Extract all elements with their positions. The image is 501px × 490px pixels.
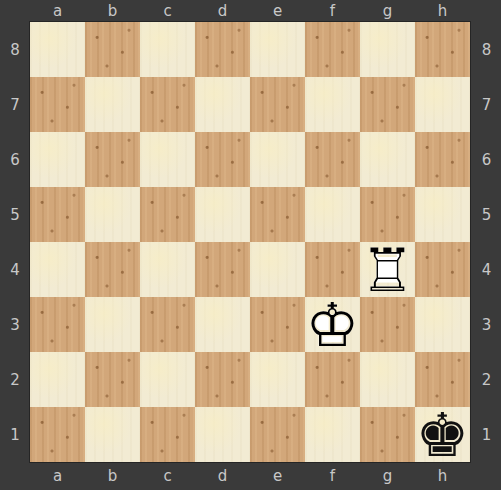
square-a8[interactable] (30, 22, 85, 77)
square-c3[interactable] (140, 297, 195, 352)
file-label-top-b: b (85, 0, 140, 22)
square-f6[interactable] (305, 132, 360, 187)
file-label-bottom-g: g (360, 462, 415, 490)
square-c7[interactable] (140, 77, 195, 132)
square-e5[interactable] (250, 187, 305, 242)
square-b7[interactable] (85, 77, 140, 132)
rank-label-right-1: 1 (472, 407, 501, 462)
white-king-outline-glyph: ♔ (305, 297, 360, 352)
file-label-top-g: g (360, 0, 415, 22)
square-f1[interactable] (305, 407, 360, 462)
file-label-top-h: h (415, 0, 470, 22)
square-f5[interactable] (305, 187, 360, 242)
rank-label-left-7: 7 (0, 77, 30, 132)
rank-label-right-3: 3 (472, 297, 501, 352)
square-g2[interactable] (360, 352, 415, 407)
square-d7[interactable] (195, 77, 250, 132)
rank-labels-left: 87654321 (0, 22, 30, 462)
rank-label-left-6: 6 (0, 132, 30, 187)
rank-label-right-6: 6 (472, 132, 501, 187)
square-d1[interactable] (195, 407, 250, 462)
square-e8[interactable] (250, 22, 305, 77)
file-label-top-f: f (305, 0, 360, 22)
square-h1[interactable]: ♚ (415, 407, 470, 462)
square-d2[interactable] (195, 352, 250, 407)
square-c6[interactable] (140, 132, 195, 187)
file-label-bottom-d: d (195, 462, 250, 490)
black-king-fill-glyph: ♚ (415, 407, 470, 462)
file-label-bottom-a: a (30, 462, 85, 490)
square-g5[interactable] (360, 187, 415, 242)
white-rook[interactable]: ♜♖ (360, 242, 415, 297)
square-f7[interactable] (305, 77, 360, 132)
square-g8[interactable] (360, 22, 415, 77)
square-e6[interactable] (250, 132, 305, 187)
square-h6[interactable] (415, 132, 470, 187)
square-a1[interactable] (30, 407, 85, 462)
rank-label-right-8: 8 (472, 22, 501, 77)
square-a5[interactable] (30, 187, 85, 242)
rank-label-right-2: 2 (472, 352, 501, 407)
square-d8[interactable] (195, 22, 250, 77)
square-a2[interactable] (30, 352, 85, 407)
square-f4[interactable] (305, 242, 360, 297)
rank-label-left-5: 5 (0, 187, 30, 242)
file-labels-top: abcdefgh (30, 0, 470, 22)
square-d3[interactable] (195, 297, 250, 352)
square-d5[interactable] (195, 187, 250, 242)
square-b2[interactable] (85, 352, 140, 407)
square-h4[interactable] (415, 242, 470, 297)
white-rook-fill-glyph: ♜ (360, 242, 415, 297)
rank-label-right-7: 7 (472, 77, 501, 132)
square-b4[interactable] (85, 242, 140, 297)
square-a4[interactable] (30, 242, 85, 297)
square-d6[interactable] (195, 132, 250, 187)
square-b1[interactable] (85, 407, 140, 462)
square-b3[interactable] (85, 297, 140, 352)
file-label-bottom-f: f (305, 462, 360, 490)
square-g1[interactable] (360, 407, 415, 462)
file-label-bottom-h: h (415, 462, 470, 490)
square-f3[interactable]: ♚♔ (305, 297, 360, 352)
square-c1[interactable] (140, 407, 195, 462)
square-h3[interactable] (415, 297, 470, 352)
rank-label-right-4: 4 (472, 242, 501, 297)
square-g6[interactable] (360, 132, 415, 187)
white-king-fill-glyph: ♚ (305, 297, 360, 352)
chessboard: ♜♖♚♔♚ (30, 22, 470, 462)
rank-label-right-5: 5 (472, 187, 501, 242)
square-c8[interactable] (140, 22, 195, 77)
file-label-top-d: d (195, 0, 250, 22)
rank-label-left-8: 8 (0, 22, 30, 77)
square-h5[interactable] (415, 187, 470, 242)
file-label-top-e: e (250, 0, 305, 22)
square-g7[interactable] (360, 77, 415, 132)
square-e1[interactable] (250, 407, 305, 462)
rank-labels-right: 87654321 (472, 22, 501, 462)
square-e2[interactable] (250, 352, 305, 407)
file-label-top-c: c (140, 0, 195, 22)
file-labels-bottom: abcdefgh (30, 462, 470, 490)
square-e4[interactable] (250, 242, 305, 297)
chess-app-background: abcdefgh 87654321 ♜♖♚♔♚ 87654321 abcdefg… (0, 0, 501, 490)
rank-label-left-1: 1 (0, 407, 30, 462)
black-king[interactable]: ♚ (415, 407, 470, 462)
square-b5[interactable] (85, 187, 140, 242)
square-e7[interactable] (250, 77, 305, 132)
square-c5[interactable] (140, 187, 195, 242)
file-label-bottom-c: c (140, 462, 195, 490)
square-a6[interactable] (30, 132, 85, 187)
file-label-bottom-e: e (250, 462, 305, 490)
rank-label-left-3: 3 (0, 297, 30, 352)
square-c2[interactable] (140, 352, 195, 407)
square-f8[interactable] (305, 22, 360, 77)
white-king[interactable]: ♚♔ (305, 297, 360, 352)
square-a7[interactable] (30, 77, 85, 132)
square-h8[interactable] (415, 22, 470, 77)
square-f2[interactable] (305, 352, 360, 407)
square-h7[interactable] (415, 77, 470, 132)
square-g3[interactable] (360, 297, 415, 352)
white-rook-outline-glyph: ♖ (360, 242, 415, 297)
rank-label-left-2: 2 (0, 352, 30, 407)
square-h2[interactable] (415, 352, 470, 407)
square-g4[interactable]: ♜♖ (360, 242, 415, 297)
square-d4[interactable] (195, 242, 250, 297)
square-b8[interactable] (85, 22, 140, 77)
file-label-bottom-b: b (85, 462, 140, 490)
file-label-top-a: a (30, 0, 85, 22)
square-e3[interactable] (250, 297, 305, 352)
square-c4[interactable] (140, 242, 195, 297)
rank-label-left-4: 4 (0, 242, 30, 297)
square-a3[interactable] (30, 297, 85, 352)
square-b6[interactable] (85, 132, 140, 187)
